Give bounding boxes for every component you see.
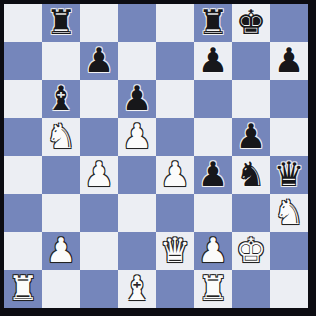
square-a3[interactable] xyxy=(4,194,42,232)
board-frame: ♜♜♚♟♟♟♝♟♞♟♟♟♟♟♞♛♞♟♛♟♚♜♝♜ xyxy=(0,0,316,316)
square-c4[interactable]: ♟ xyxy=(80,156,118,194)
square-c6[interactable] xyxy=(80,80,118,118)
black-king[interactable]: ♚ xyxy=(236,3,266,41)
square-d2[interactable] xyxy=(118,232,156,270)
square-h7[interactable]: ♟ xyxy=(270,42,308,80)
black-bishop[interactable]: ♝ xyxy=(46,79,76,117)
square-g6[interactable] xyxy=(232,80,270,118)
square-g1[interactable] xyxy=(232,270,270,308)
square-c7[interactable]: ♟ xyxy=(80,42,118,80)
white-rook[interactable]: ♜ xyxy=(8,269,38,307)
square-f5[interactable] xyxy=(194,118,232,156)
square-b8[interactable]: ♜ xyxy=(42,4,80,42)
black-pawn[interactable]: ♟ xyxy=(198,41,228,79)
square-d6[interactable]: ♟ xyxy=(118,80,156,118)
square-a4[interactable] xyxy=(4,156,42,194)
square-g8[interactable]: ♚ xyxy=(232,4,270,42)
square-g2[interactable]: ♚ xyxy=(232,232,270,270)
white-knight[interactable]: ♞ xyxy=(274,193,304,231)
square-e5[interactable] xyxy=(156,118,194,156)
square-g3[interactable] xyxy=(232,194,270,232)
black-pawn[interactable]: ♟ xyxy=(122,79,152,117)
square-h5[interactable] xyxy=(270,118,308,156)
square-f6[interactable] xyxy=(194,80,232,118)
square-e2[interactable]: ♛ xyxy=(156,232,194,270)
white-pawn[interactable]: ♟ xyxy=(46,231,76,269)
square-f3[interactable] xyxy=(194,194,232,232)
square-d8[interactable] xyxy=(118,4,156,42)
square-f2[interactable]: ♟ xyxy=(194,232,232,270)
black-pawn[interactable]: ♟ xyxy=(274,41,304,79)
white-pawn[interactable]: ♟ xyxy=(160,155,190,193)
square-g5[interactable]: ♟ xyxy=(232,118,270,156)
square-b2[interactable]: ♟ xyxy=(42,232,80,270)
square-d1[interactable]: ♝ xyxy=(118,270,156,308)
black-pawn[interactable]: ♟ xyxy=(236,117,266,155)
white-rook[interactable]: ♜ xyxy=(198,269,228,307)
square-f8[interactable]: ♜ xyxy=(194,4,232,42)
white-bishop[interactable]: ♝ xyxy=(122,269,152,307)
black-knight[interactable]: ♞ xyxy=(236,155,266,193)
square-e3[interactable] xyxy=(156,194,194,232)
square-a8[interactable] xyxy=(4,4,42,42)
white-king[interactable]: ♚ xyxy=(236,231,266,269)
square-b7[interactable] xyxy=(42,42,80,80)
black-rook[interactable]: ♜ xyxy=(198,3,228,41)
square-c1[interactable] xyxy=(80,270,118,308)
black-pawn[interactable]: ♟ xyxy=(84,41,114,79)
square-c3[interactable] xyxy=(80,194,118,232)
square-b5[interactable]: ♞ xyxy=(42,118,80,156)
square-b1[interactable] xyxy=(42,270,80,308)
square-h1[interactable] xyxy=(270,270,308,308)
square-c8[interactable] xyxy=(80,4,118,42)
square-h2[interactable] xyxy=(270,232,308,270)
square-f4[interactable]: ♟ xyxy=(194,156,232,194)
square-a1[interactable]: ♜ xyxy=(4,270,42,308)
white-queen[interactable]: ♛ xyxy=(160,231,190,269)
square-d3[interactable] xyxy=(118,194,156,232)
square-d5[interactable]: ♟ xyxy=(118,118,156,156)
square-e1[interactable] xyxy=(156,270,194,308)
square-d7[interactable] xyxy=(118,42,156,80)
square-a5[interactable] xyxy=(4,118,42,156)
square-a6[interactable] xyxy=(4,80,42,118)
square-e6[interactable] xyxy=(156,80,194,118)
square-h3[interactable]: ♞ xyxy=(270,194,308,232)
chess-board: ♜♜♚♟♟♟♝♟♞♟♟♟♟♟♞♛♞♟♛♟♚♜♝♜ xyxy=(4,4,308,308)
square-f1[interactable]: ♜ xyxy=(194,270,232,308)
white-knight[interactable]: ♞ xyxy=(46,117,76,155)
square-d4[interactable] xyxy=(118,156,156,194)
square-b4[interactable] xyxy=(42,156,80,194)
square-h4[interactable]: ♛ xyxy=(270,156,308,194)
white-pawn[interactable]: ♟ xyxy=(198,231,228,269)
black-queen[interactable]: ♛ xyxy=(274,155,304,193)
square-g7[interactable] xyxy=(232,42,270,80)
square-g4[interactable]: ♞ xyxy=(232,156,270,194)
square-h6[interactable] xyxy=(270,80,308,118)
square-h8[interactable] xyxy=(270,4,308,42)
square-e4[interactable]: ♟ xyxy=(156,156,194,194)
square-c5[interactable] xyxy=(80,118,118,156)
black-pawn[interactable]: ♟ xyxy=(198,155,228,193)
black-rook[interactable]: ♜ xyxy=(46,3,76,41)
square-f7[interactable]: ♟ xyxy=(194,42,232,80)
square-e8[interactable] xyxy=(156,4,194,42)
square-e7[interactable] xyxy=(156,42,194,80)
square-b3[interactable] xyxy=(42,194,80,232)
white-pawn[interactable]: ♟ xyxy=(122,117,152,155)
white-pawn[interactable]: ♟ xyxy=(84,155,114,193)
square-a7[interactable] xyxy=(4,42,42,80)
square-a2[interactable] xyxy=(4,232,42,270)
square-c2[interactable] xyxy=(80,232,118,270)
square-b6[interactable]: ♝ xyxy=(42,80,80,118)
